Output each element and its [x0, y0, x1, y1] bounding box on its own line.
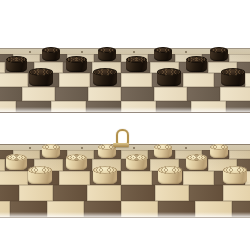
- piece-top-rings: [126, 56, 147, 63]
- coordinate-mark: [185, 51, 187, 53]
- dark-checker-piece: [42, 47, 60, 61]
- dark-square: [226, 101, 250, 113]
- light-checker-piece: [93, 166, 117, 184]
- piece-top-rings: [186, 154, 207, 161]
- light-square: [183, 73, 214, 87]
- light-square: [0, 171, 28, 185]
- dark-checker-piece: [221, 68, 245, 86]
- dark-square: [10, 201, 47, 218]
- dark-checker-piece: [157, 68, 181, 86]
- dark-checker-piece: [93, 68, 117, 86]
- light-square: [59, 171, 90, 185]
- piece-top-rings: [6, 56, 27, 63]
- piece-top-rings: [42, 144, 60, 150]
- coordinate-mark: [81, 51, 83, 53]
- light-square: [0, 101, 16, 113]
- dark-square: [232, 201, 250, 218]
- piece-top-rings: [210, 144, 228, 150]
- light-checker-piece: [28, 166, 52, 184]
- piece-top-rings: [28, 166, 52, 174]
- board-row: [0, 101, 250, 113]
- coordinate-mark: [185, 147, 187, 149]
- light-square: [0, 73, 28, 87]
- coordinate-mark: [81, 147, 83, 149]
- light-checker-piece: [66, 154, 87, 170]
- coordinate-mark: [29, 51, 31, 53]
- light-square: [51, 101, 86, 113]
- light-checker-piece: [210, 144, 228, 158]
- light-square: [121, 73, 152, 87]
- piece-top-rings: [93, 68, 117, 76]
- piece-top-rings: [6, 154, 27, 161]
- light-checker-piece: [42, 144, 60, 158]
- piece-top-rings: [93, 166, 117, 174]
- piece-top-rings: [98, 47, 116, 53]
- dark-square: [53, 185, 87, 201]
- dark-checker-piece: [29, 68, 53, 86]
- piece-top-rings: [29, 68, 53, 76]
- dark-square: [55, 87, 88, 101]
- light-checker-piece: [126, 154, 147, 170]
- light-square: [22, 87, 55, 101]
- coordinate-mark: [133, 51, 135, 53]
- piece-top-rings: [158, 166, 182, 174]
- piece-top-rings: [66, 56, 87, 63]
- board-row: [0, 185, 250, 201]
- dark-checker-piece: [154, 47, 172, 61]
- light-checker-piece: [6, 154, 27, 170]
- piece-top-rings: [186, 56, 207, 63]
- dark-square: [156, 101, 191, 113]
- dark-checker-piece: [210, 47, 228, 61]
- light-square: [121, 171, 152, 185]
- dark-square: [86, 101, 121, 113]
- checkers-set-product-photo: [0, 0, 250, 250]
- piece-top-rings: [66, 154, 87, 161]
- piece-top-rings: [221, 68, 245, 76]
- dark-square: [84, 201, 121, 218]
- piece-top-rings: [42, 47, 60, 53]
- light-square: [88, 87, 121, 101]
- dark-square: [158, 201, 195, 218]
- dark-checker-piece: [66, 56, 87, 72]
- light-square: [229, 54, 250, 62]
- brass-clasp-icon: [112, 129, 130, 147]
- board-row: [0, 201, 250, 218]
- light-square: [220, 87, 250, 101]
- dark-checker-piece: [98, 47, 116, 61]
- light-square: [121, 201, 158, 218]
- piece-top-rings: [210, 47, 228, 53]
- light-square: [121, 101, 156, 113]
- light-square: [19, 185, 53, 201]
- light-checker-piece: [154, 144, 172, 158]
- dark-checker-piece: [6, 56, 27, 72]
- light-square: [229, 150, 250, 159]
- light-square: [59, 73, 90, 87]
- light-square: [0, 201, 10, 218]
- coordinate-mark: [133, 147, 135, 149]
- dark-square: [0, 185, 19, 201]
- light-square: [47, 201, 84, 218]
- clasp-plate: [113, 143, 129, 147]
- light-square: [223, 185, 250, 201]
- dark-square: [189, 185, 223, 201]
- piece-top-rings: [126, 154, 147, 161]
- dark-square: [121, 185, 155, 201]
- dark-square: [121, 87, 154, 101]
- piece-top-rings: [223, 166, 247, 174]
- light-checker-piece: [186, 154, 207, 170]
- light-square: [155, 185, 189, 201]
- piece-top-rings: [154, 144, 172, 150]
- light-square: [154, 87, 187, 101]
- dark-checker-piece: [126, 56, 147, 72]
- dark-square: [0, 87, 22, 101]
- light-square: [195, 201, 232, 218]
- light-checker-piece: [158, 166, 182, 184]
- light-checker-piece: [223, 166, 247, 184]
- board-row: [0, 87, 250, 101]
- coordinate-mark: [29, 147, 31, 149]
- light-square: [183, 171, 214, 185]
- piece-top-rings: [157, 68, 181, 76]
- dark-square: [187, 87, 220, 101]
- dark-square: [16, 101, 51, 113]
- light-square: [191, 101, 226, 113]
- light-square: [87, 185, 121, 201]
- dark-checker-piece: [186, 56, 207, 72]
- piece-top-rings: [154, 47, 172, 53]
